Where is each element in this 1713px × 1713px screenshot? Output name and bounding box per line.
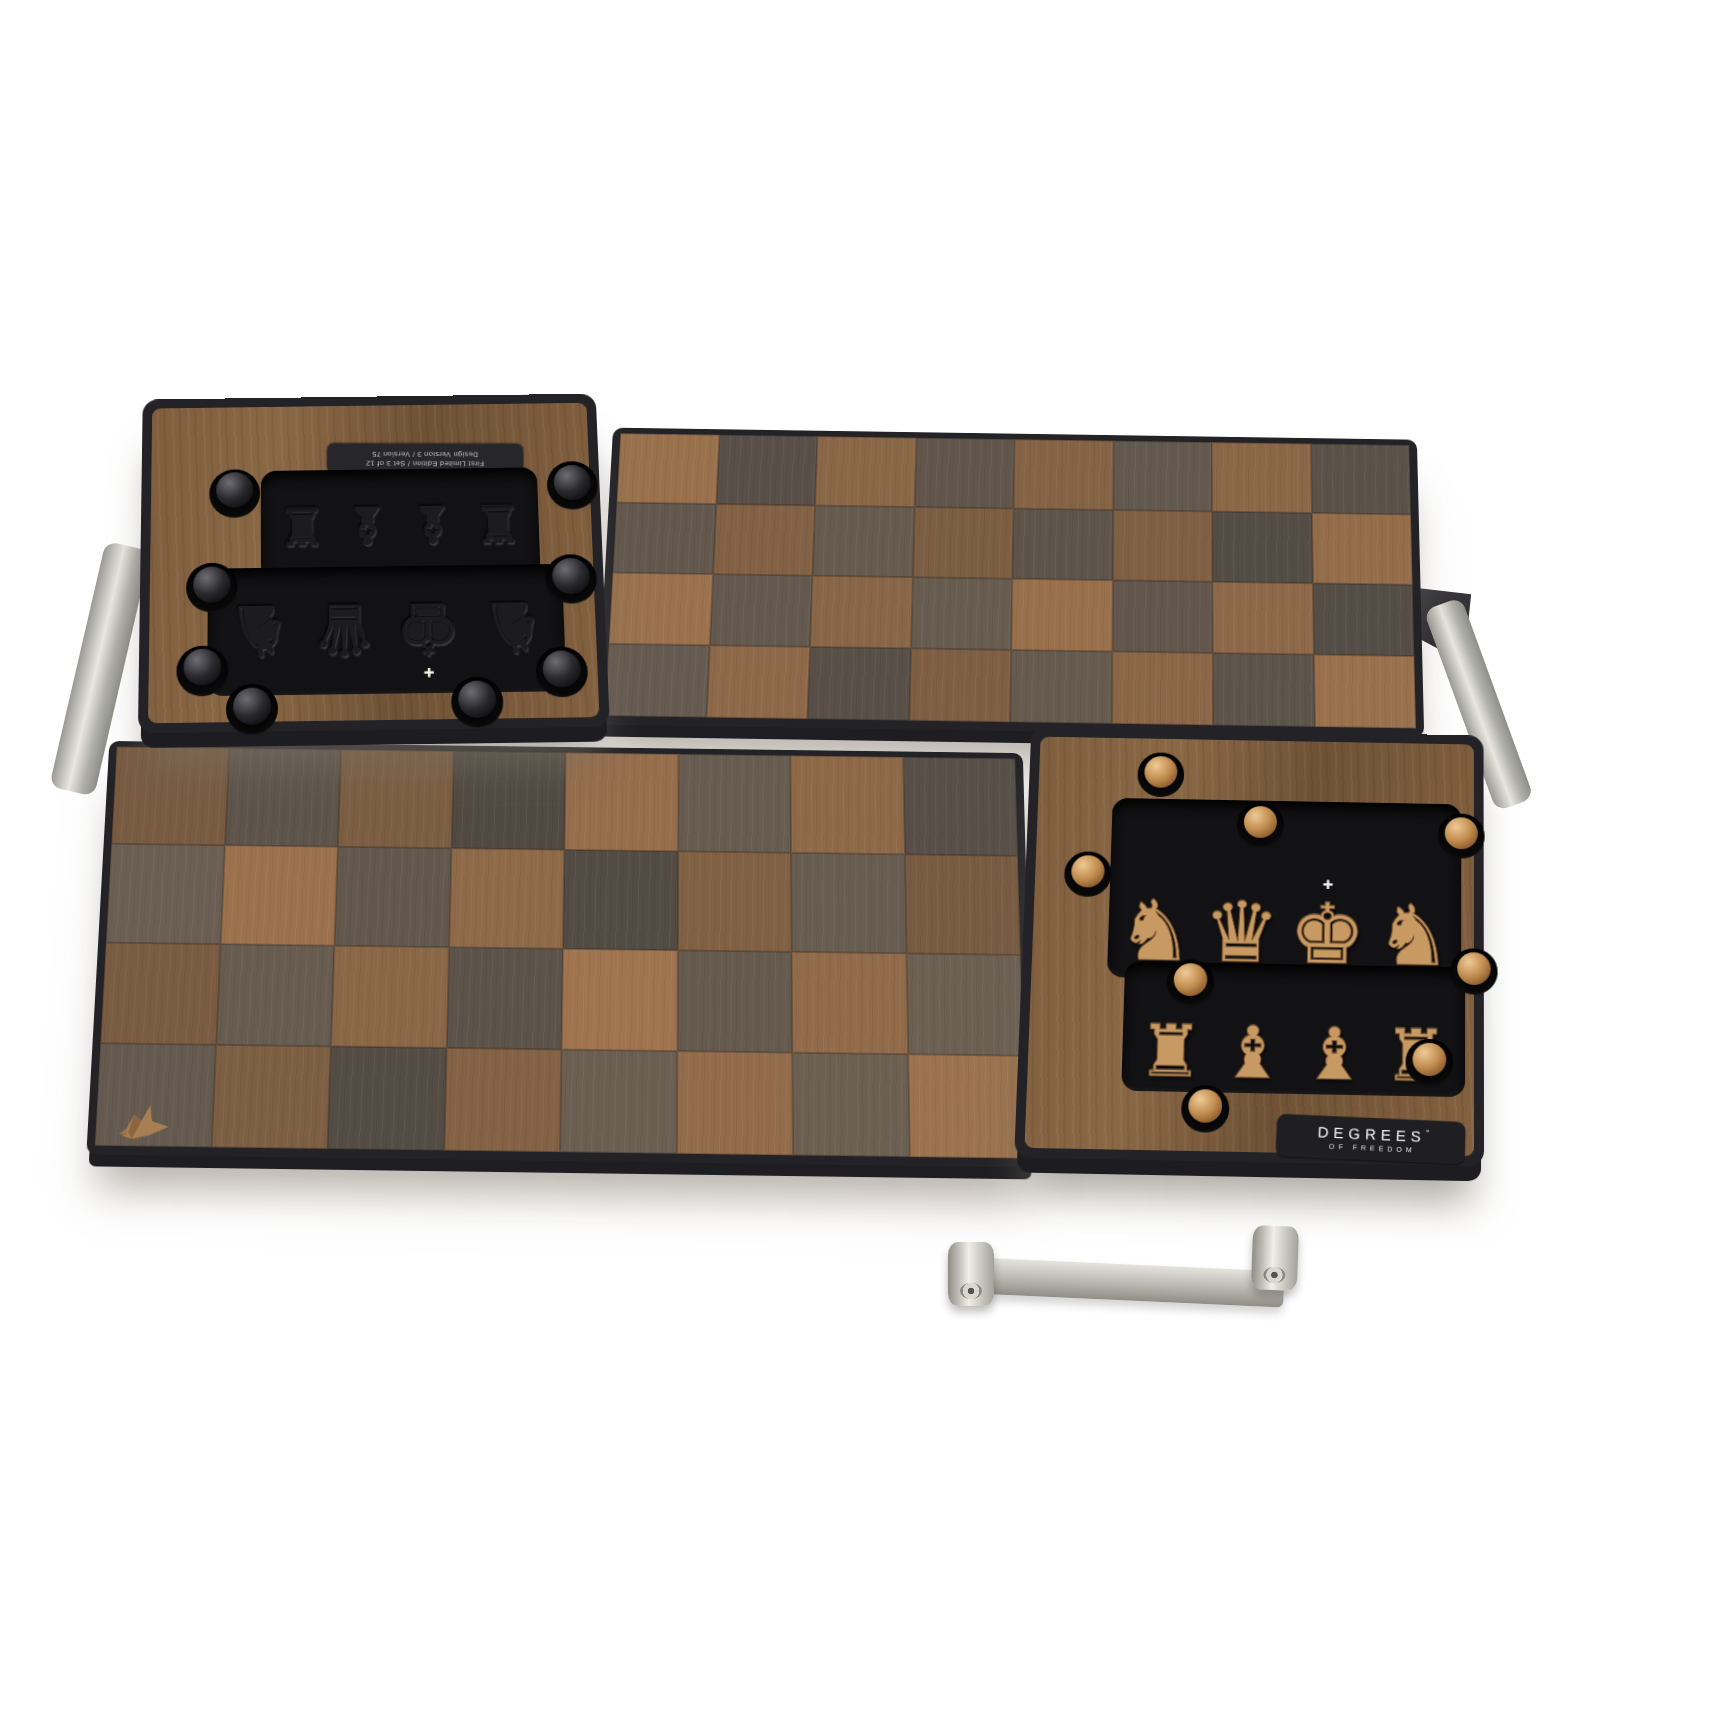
board-square[interactable] [810,576,912,649]
board-square[interactable] [906,953,1023,1055]
board-half-bottom [86,741,1034,1168]
board-square[interactable] [792,952,908,1054]
stored-pawn[interactable] [546,461,598,510]
pawn-ball [1243,806,1277,838]
pawn-ball [193,566,231,602]
board-square[interactable] [1312,513,1413,585]
board-square[interactable] [216,944,335,1046]
chessboard-half [95,747,1026,1159]
degree-mark: ° [1426,1129,1429,1138]
board-square[interactable] [1112,510,1212,582]
board-square[interactable] [617,433,719,504]
board-square[interactable] [220,845,338,945]
board-square[interactable] [912,507,1013,579]
board-square[interactable] [1212,442,1312,513]
board-square[interactable] [560,1050,677,1154]
board-square[interactable] [564,753,678,852]
stored-pawn[interactable] [1405,1039,1453,1087]
stored-pawn[interactable] [1137,752,1185,797]
board-square[interactable] [449,848,565,948]
origami-bird-logo [116,1101,173,1142]
board-square[interactable] [677,1051,793,1155]
stored-pawn[interactable] [1450,948,1497,995]
pawn-ball [1071,855,1105,888]
board-square[interactable] [790,756,904,855]
board-square[interactable] [1213,653,1315,727]
board-square[interactable] [904,854,1020,955]
chessboard-half [605,433,1416,728]
pawn-ball [1188,1089,1223,1123]
board-square[interactable] [1011,579,1112,652]
black-pieces-tray: First Limited Edition / Set 3 of 12 Desi… [138,394,610,734]
board-square[interactable] [225,748,342,847]
board-square[interactable] [909,648,1012,722]
pawn-ball [552,558,591,594]
pawn-ball [1173,963,1207,996]
board-square[interactable] [807,647,910,721]
board-square[interactable] [815,436,916,507]
stored-pawn[interactable] [177,645,229,696]
brand-plate: DEGREES° OF FREEDOM [1276,1114,1466,1165]
board-square[interactable] [1113,441,1212,512]
board-square[interactable] [908,1054,1026,1158]
board-square[interactable] [1112,580,1213,653]
stored-pawn[interactable] [545,554,598,604]
tray-wood-surface: First Limited Edition / Set 3 of 12 Desi… [148,403,599,723]
board-square[interactable] [609,573,713,646]
board-square[interactable] [444,1048,562,1152]
stored-pawn[interactable] [535,647,588,698]
board-square[interactable] [613,502,716,574]
board-half-top [596,428,1424,738]
pawn-ball [233,687,271,725]
pawn-ball [553,465,591,501]
board-square[interactable] [1212,512,1312,584]
board-square[interactable] [1012,508,1112,580]
board-square[interactable] [911,577,1013,650]
pawn-ball [458,681,497,719]
board-square[interactable] [446,947,563,1049]
board-square[interactable] [451,751,566,850]
pawn-ball [184,649,222,686]
board-square[interactable] [1313,655,1416,729]
board-square[interactable] [716,435,818,506]
white-pieces-tray: ♞♛♚✚♞ ♜♝♝♜ DEGREES° OF FREEDOM [1014,727,1484,1166]
stored-pawn[interactable] [226,683,278,734]
board-square[interactable] [1014,439,1114,510]
board-square[interactable] [1312,583,1414,656]
tray-wood-surface: ♞♛♚✚♞ ♜♝♝♜ DEGREES° OF FREEDOM [1025,737,1475,1157]
board-square[interactable] [211,1045,331,1149]
pawn-ball [1412,1043,1446,1077]
board-square[interactable] [792,1053,909,1157]
board-square[interactable] [111,747,229,846]
pawn-holes [1025,737,1475,1157]
board-square[interactable] [678,754,791,853]
scene: First Limited Edition / Set 3 of 12 Desi… [0,0,1713,1713]
pawn-ball [1144,756,1178,788]
board-square[interactable] [1112,651,1213,725]
pawn-holes [148,403,599,723]
board-square[interactable] [1212,582,1313,655]
board-square[interactable] [1311,444,1411,515]
stored-pawn[interactable] [1064,851,1112,897]
stored-pawn[interactable] [1236,802,1283,848]
board-square[interactable] [791,853,906,954]
pawn-ball [216,472,253,508]
board-square[interactable] [106,844,225,944]
board-square[interactable] [914,438,1014,509]
board-square[interactable] [563,850,678,951]
board-square[interactable] [605,644,710,718]
stored-pawn[interactable] [1181,1085,1230,1133]
board-square[interactable] [713,504,815,576]
pawn-ball [1457,952,1490,985]
stored-pawn[interactable] [451,677,504,728]
pawn-ball [542,650,581,687]
stored-pawn[interactable] [186,562,237,612]
board-square[interactable] [903,757,1018,856]
stored-pawn[interactable] [209,469,260,518]
hinge-bar [951,1256,1284,1307]
board-square[interactable] [562,949,678,1051]
board-square[interactable] [100,943,220,1045]
board-square[interactable] [706,645,810,719]
stored-pawn[interactable] [1437,814,1484,860]
hinge-post-bottom-right [1251,1225,1299,1291]
board-square[interactable] [813,505,915,577]
hinge-post-bottom-left [948,1242,994,1306]
board-square[interactable] [327,1046,446,1150]
board-square[interactable] [1010,650,1112,724]
board-square[interactable] [331,946,449,1048]
pawn-ball [1444,818,1477,850]
board-square[interactable] [677,950,792,1052]
board-square[interactable] [677,851,791,952]
board-square[interactable] [338,750,454,849]
board-square[interactable] [334,847,451,947]
board-square[interactable] [709,574,812,647]
stored-pawn[interactable] [1166,959,1214,1006]
